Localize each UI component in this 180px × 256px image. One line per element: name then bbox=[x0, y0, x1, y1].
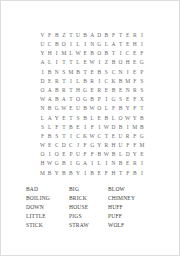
grid-cell-r9c3: E bbox=[60, 114, 67, 123]
grid-cell-r5c3: T bbox=[60, 77, 67, 86]
grid-cell-r3c13: E bbox=[131, 59, 138, 68]
grid-cell-r8c6: B bbox=[82, 105, 89, 114]
grid-cell-r11c13: F bbox=[131, 132, 138, 141]
grid-cell-r4c8: B bbox=[96, 68, 103, 77]
grid-cell-r2c7: B bbox=[89, 49, 96, 58]
grid-cell-r6c2: B bbox=[53, 86, 60, 95]
grid-cell-r0c3: Z bbox=[60, 31, 67, 40]
grid-cell-r11c11: U bbox=[117, 132, 124, 141]
grid-cell-r12c9: R bbox=[103, 141, 110, 150]
grid-cell-r10c5: E bbox=[74, 123, 81, 132]
grid-cell-r11c2: S bbox=[53, 132, 60, 141]
grid-cell-r3c6: E bbox=[82, 59, 89, 68]
grid-cell-r6c4: T bbox=[67, 86, 74, 95]
grid-cell-r12c4: C bbox=[67, 141, 74, 150]
grid-cell-r6c7: E bbox=[89, 86, 96, 95]
grid-cell-r10c13: M bbox=[131, 123, 138, 132]
grid-cell-r2c14: F bbox=[138, 49, 145, 58]
grid-cell-r1c7: N bbox=[89, 40, 96, 49]
grid-cell-r15c7: B bbox=[89, 169, 96, 178]
word-search-grid: VFBZTUBADBFTERIUCBOILINGLATEHIYHIMLWEBOB… bbox=[39, 31, 145, 178]
grid-cell-r3c12: H bbox=[124, 59, 131, 68]
grid-cell-r2c6: E bbox=[82, 49, 89, 58]
grid-cell-r1c5: L bbox=[74, 40, 81, 49]
grid-cell-r12c5: J bbox=[74, 141, 81, 150]
grid-cell-r0c14: I bbox=[138, 31, 145, 40]
grid-cell-r13c4: P bbox=[67, 150, 74, 159]
grid-cell-r14c9: I bbox=[103, 160, 110, 169]
grid-cell-r15c8: E bbox=[96, 169, 103, 178]
grid-cell-r10c6: I bbox=[82, 123, 89, 132]
word-list-item-stick: STICK bbox=[26, 221, 69, 230]
word-list-item-wolf: WOLF bbox=[108, 221, 156, 230]
grid-cell-r7c14: X bbox=[138, 95, 145, 104]
grid-cell-r8c14: T bbox=[138, 105, 145, 114]
grid-cell-r1c9: L bbox=[103, 40, 110, 49]
word-list-item-brick: BRICK bbox=[69, 194, 108, 203]
grid-cell-r10c12: I bbox=[124, 123, 131, 132]
grid-cell-r6c12: N bbox=[124, 86, 131, 95]
grid-cell-r14c8: L bbox=[96, 160, 103, 169]
grid-cell-r4c3: S bbox=[60, 68, 67, 77]
grid-cell-r5c6: B bbox=[82, 77, 89, 86]
grid-cell-r7c13: F bbox=[131, 95, 138, 104]
grid-cell-r13c8: B bbox=[96, 150, 103, 159]
grid-cell-r12c10: H bbox=[110, 141, 117, 150]
grid-cell-r14c0: H bbox=[39, 160, 46, 169]
grid-cell-r13c13: Y bbox=[131, 150, 138, 159]
grid-cell-r3c8: I bbox=[96, 59, 103, 68]
word-list-item-straw: STRAW bbox=[69, 221, 108, 230]
grid-cell-r14c7: I bbox=[89, 160, 96, 169]
grid-cell-r1c13: H bbox=[131, 40, 138, 49]
grid-cell-r14c10: N bbox=[110, 160, 117, 169]
grid-cell-r14c11: B bbox=[117, 160, 124, 169]
grid-cell-r9c0: L bbox=[39, 114, 46, 123]
grid-cell-r10c10: D bbox=[110, 123, 117, 132]
grid-cell-r9c1: A bbox=[46, 114, 53, 123]
grid-cell-r7c11: S bbox=[117, 95, 124, 104]
grid-cell-r15c14: I bbox=[138, 169, 145, 178]
grid-cell-r9c7: L bbox=[89, 114, 96, 123]
grid-cell-r1c2: B bbox=[53, 40, 60, 49]
grid-cell-r9c8: E bbox=[96, 114, 103, 123]
grid-cell-r10c11: B bbox=[117, 123, 124, 132]
grid-cell-r1c10: A bbox=[110, 40, 117, 49]
grid-cell-r12c2: C bbox=[53, 141, 60, 150]
grid-cell-r13c5: U bbox=[74, 150, 81, 159]
grid-cell-r15c5: Y bbox=[74, 169, 81, 178]
grid-cell-r9c10: L bbox=[110, 114, 117, 123]
grid-cell-r6c11: E bbox=[117, 86, 124, 95]
grid-cell-r13c7: F bbox=[89, 150, 96, 159]
grid-cell-r2c13: E bbox=[131, 49, 138, 58]
grid-cell-r7c8: P bbox=[96, 95, 103, 104]
grid-cell-r2c11: I bbox=[117, 49, 124, 58]
grid-cell-r15c12: F bbox=[124, 169, 131, 178]
word-list-item-huff: HUFF bbox=[108, 203, 156, 212]
grid-cell-r11c5: C bbox=[74, 132, 81, 141]
grid-cell-r14c6: A bbox=[82, 160, 89, 169]
grid-cell-r6c9: E bbox=[103, 86, 110, 95]
grid-cell-r13c0: O bbox=[39, 150, 46, 159]
grid-cell-r4c1: B bbox=[46, 68, 53, 77]
grid-cell-r8c11: B bbox=[117, 105, 124, 114]
grid-cell-r8c5: U bbox=[74, 105, 81, 114]
grid-cell-r12c12: F bbox=[124, 141, 131, 150]
grid-cell-r5c8: I bbox=[96, 77, 103, 86]
grid-cell-r6c5: H bbox=[74, 86, 81, 95]
grid-cell-r15c13: B bbox=[131, 169, 138, 178]
grid-cell-r3c14: G bbox=[138, 59, 145, 68]
grid-cell-r15c0: M bbox=[39, 169, 46, 178]
grid-cell-r12c6: F bbox=[82, 141, 89, 150]
grid-cell-r2c5: W bbox=[74, 49, 81, 58]
grid-cell-r11c0: F bbox=[39, 132, 46, 141]
grid-cell-r5c11: B bbox=[117, 77, 124, 86]
grid-cell-r15c11: T bbox=[117, 169, 124, 178]
grid-cell-r3c3: T bbox=[60, 59, 67, 68]
grid-cell-r3c2: I bbox=[53, 59, 60, 68]
grid-cell-r4c12: I bbox=[124, 68, 131, 77]
grid-cell-r13c2: O bbox=[53, 150, 60, 159]
word-list: BADBOILINGDOWNLITTLESTICKBIGBRICKHOUSEPI… bbox=[26, 185, 156, 230]
grid-cell-r2c8: O bbox=[96, 49, 103, 58]
grid-cell-r5c14: S bbox=[138, 77, 145, 86]
grid-cell-r9c9: B bbox=[103, 114, 110, 123]
word-list-item-boiling: BOILING bbox=[26, 194, 69, 203]
grid-cell-r7c0: W bbox=[39, 95, 46, 104]
grid-cell-r0c13: R bbox=[131, 31, 138, 40]
grid-cell-r14c14: I bbox=[138, 160, 145, 169]
grid-cell-r10c8: I bbox=[96, 123, 103, 132]
grid-cell-r7c3: A bbox=[60, 95, 67, 104]
grid-cell-r8c1: B bbox=[46, 105, 53, 114]
grid-cell-r9c5: S bbox=[74, 114, 81, 123]
grid-cell-r12c0: W bbox=[39, 141, 46, 150]
grid-cell-r15c6: I bbox=[82, 169, 89, 178]
grid-cell-r2c4: L bbox=[67, 49, 74, 58]
grid-cell-r6c1: A bbox=[46, 86, 53, 95]
grid-cell-r10c7: F bbox=[89, 123, 96, 132]
grid-cell-r1c11: T bbox=[117, 40, 124, 49]
grid-cell-r7c7: B bbox=[89, 95, 96, 104]
grid-cell-r0c11: T bbox=[117, 31, 124, 40]
grid-cell-r3c5: L bbox=[74, 59, 81, 68]
word-list-item-big: BIG bbox=[69, 185, 108, 194]
grid-cell-r7c10: G bbox=[110, 95, 117, 104]
grid-cell-r10c3: T bbox=[60, 123, 67, 132]
grid-cell-r14c3: B bbox=[60, 160, 67, 169]
grid-cell-r14c5: G bbox=[74, 160, 81, 169]
grid-cell-r0c1: F bbox=[46, 31, 53, 40]
grid-cell-r2c3: M bbox=[60, 49, 67, 58]
grid-cell-r1c8: G bbox=[96, 40, 103, 49]
grid-cell-r14c13: R bbox=[131, 160, 138, 169]
grid-cell-r11c10: E bbox=[110, 132, 117, 141]
grid-cell-r12c13: F bbox=[131, 141, 138, 150]
grid-cell-r4c0: I bbox=[39, 68, 46, 77]
grid-cell-r4c11: N bbox=[117, 68, 124, 77]
grid-cell-r6c3: R bbox=[60, 86, 67, 95]
grid-cell-r10c1: L bbox=[46, 123, 53, 132]
word-list-item-pigs: PIGS bbox=[69, 212, 108, 221]
grid-cell-r9c14: B bbox=[138, 114, 145, 123]
grid-cell-r8c2: G bbox=[53, 105, 60, 114]
grid-cell-r7c4: T bbox=[67, 95, 74, 104]
grid-cell-r15c4: B bbox=[67, 169, 74, 178]
grid-cell-r8c10: F bbox=[110, 105, 117, 114]
grid-cell-r4c10: C bbox=[110, 68, 117, 77]
word-list-item-down: DOWN bbox=[26, 203, 69, 212]
grid-cell-r2c12: C bbox=[124, 49, 131, 58]
grid-cell-r4c6: T bbox=[82, 68, 89, 77]
grid-cell-r3c0: A bbox=[39, 59, 46, 68]
grid-cell-r11c8: C bbox=[96, 132, 103, 141]
grid-cell-r14c2: G bbox=[53, 160, 60, 169]
grid-cell-r2c0: Y bbox=[39, 49, 46, 58]
grid-cell-r11c1: B bbox=[46, 132, 53, 141]
grid-cell-r9c4: T bbox=[67, 114, 74, 123]
grid-cell-r7c9: I bbox=[103, 95, 110, 104]
grid-cell-r0c8: D bbox=[96, 31, 103, 40]
grid-cell-r5c10: K bbox=[110, 77, 117, 86]
grid-cell-r9c11: O bbox=[117, 114, 124, 123]
grid-cell-r3c4: T bbox=[67, 59, 74, 68]
grid-cell-r11c14: G bbox=[138, 132, 145, 141]
grid-cell-r4c5: B bbox=[74, 68, 81, 77]
grid-cell-r5c0: D bbox=[39, 77, 46, 86]
grid-cell-r1c4: I bbox=[67, 40, 74, 49]
grid-cell-r10c14: B bbox=[138, 123, 145, 132]
word-list-item-little: LITTLE bbox=[26, 212, 69, 221]
grid-cell-r6c6: G bbox=[82, 86, 89, 95]
grid-cell-r3c9: Z bbox=[103, 59, 110, 68]
grid-cell-r9c13: Y bbox=[131, 114, 138, 123]
grid-cell-r0c6: B bbox=[82, 31, 89, 40]
grid-cell-r11c12: R bbox=[124, 132, 131, 141]
word-list-item-puff: PUFF bbox=[108, 212, 156, 221]
grid-cell-r5c2: R bbox=[53, 77, 60, 86]
grid-cell-r1c3: O bbox=[60, 40, 67, 49]
grid-cell-r12c3: D bbox=[60, 141, 67, 150]
grid-cell-r12c14: M bbox=[138, 141, 145, 150]
grid-cell-r1c12: E bbox=[124, 40, 131, 49]
grid-cell-r5c9: C bbox=[103, 77, 110, 86]
word-list-item-blow: BLOW bbox=[108, 185, 156, 194]
grid-cell-r8c12: Y bbox=[124, 105, 131, 114]
worksheet-page: VFBZTUBADBFTERIUCBOILINGLATEHIYHIMLWEBOB… bbox=[0, 0, 180, 256]
grid-cell-r13c1: I bbox=[46, 150, 53, 159]
grid-cell-r3c10: B bbox=[110, 59, 117, 68]
grid-cell-r13c3: E bbox=[60, 150, 67, 159]
grid-cell-r7c2: B bbox=[53, 95, 60, 104]
grid-cell-r8c8: O bbox=[96, 105, 103, 114]
grid-cell-r7c1: A bbox=[46, 95, 53, 104]
grid-cell-r15c2: Y bbox=[53, 169, 60, 178]
grid-cell-r7c12: E bbox=[124, 95, 131, 104]
word-list-item-chimney: CHIMNEY bbox=[108, 194, 156, 203]
grid-cell-r2c2: I bbox=[53, 49, 60, 58]
grid-cell-r4c9: S bbox=[103, 68, 110, 77]
grid-cell-r1c6: I bbox=[82, 40, 89, 49]
grid-cell-r4c7: E bbox=[89, 68, 96, 77]
grid-cell-r4c2: N bbox=[53, 68, 60, 77]
grid-cell-r8c3: W bbox=[60, 105, 67, 114]
grid-cell-r15c3: B bbox=[60, 169, 67, 178]
grid-cell-r10c2: F bbox=[53, 123, 60, 132]
grid-cell-r5c12: M bbox=[124, 77, 131, 86]
grid-cell-r10c9: W bbox=[103, 123, 110, 132]
grid-cell-r8c0: N bbox=[39, 105, 46, 114]
word-list-item-bad: BAD bbox=[26, 185, 69, 194]
grid-cell-r15c10: H bbox=[110, 169, 117, 178]
grid-cell-r7c5: O bbox=[74, 95, 81, 104]
grid-cell-r0c2: B bbox=[53, 31, 60, 40]
grid-cell-r1c14: I bbox=[138, 40, 145, 49]
grid-cell-r12c11: U bbox=[117, 141, 124, 150]
grid-cell-r12c7: G bbox=[89, 141, 96, 150]
grid-cell-r6c8: R bbox=[96, 86, 103, 95]
grid-cell-r13c9: W bbox=[103, 150, 110, 159]
grid-cell-r0c0: V bbox=[39, 31, 46, 40]
grid-cell-r8c9: L bbox=[103, 105, 110, 114]
grid-cell-r6c14: S bbox=[138, 86, 145, 95]
grid-cell-r5c4: I bbox=[67, 77, 74, 86]
grid-cell-r13c10: B bbox=[110, 150, 117, 159]
grid-cell-r8c4: E bbox=[67, 105, 74, 114]
grid-cell-r6c13: R bbox=[131, 86, 138, 95]
grid-cell-r4c4: M bbox=[67, 68, 74, 77]
grid-cell-r7c6: G bbox=[82, 95, 89, 104]
grid-cell-r12c1: E bbox=[46, 141, 53, 150]
grid-cell-r11c4: I bbox=[67, 132, 74, 141]
grid-cell-r13c12: D bbox=[124, 150, 131, 159]
grid-cell-r0c10: F bbox=[110, 31, 117, 40]
grid-cell-r13c11: L bbox=[117, 150, 124, 159]
grid-cell-r9c2: Y bbox=[53, 114, 60, 123]
grid-cell-r13c6: F bbox=[82, 150, 89, 159]
grid-cell-r12c8: Y bbox=[96, 141, 103, 150]
grid-cell-r3c7: W bbox=[89, 59, 96, 68]
grid-cell-r4c13: E bbox=[131, 68, 138, 77]
grid-cell-r11c3: T bbox=[60, 132, 67, 141]
grid-cell-r13c14: E bbox=[138, 150, 145, 159]
grid-cell-r4c14: P bbox=[138, 68, 145, 77]
grid-cell-r9c6: B bbox=[82, 114, 89, 123]
grid-cell-r1c0: U bbox=[39, 40, 46, 49]
grid-cell-r2c10: T bbox=[110, 49, 117, 58]
grid-cell-r5c13: F bbox=[131, 77, 138, 86]
grid-cell-r2c9: B bbox=[103, 49, 110, 58]
grid-cell-r8c7: W bbox=[89, 105, 96, 114]
grid-cell-r5c7: R bbox=[89, 77, 96, 86]
grid-cell-r6c0: O bbox=[39, 86, 46, 95]
grid-cell-r8c13: F bbox=[131, 105, 138, 114]
grid-cell-r2c1: H bbox=[46, 49, 53, 58]
grid-cell-r15c9: F bbox=[103, 169, 110, 178]
grid-cell-r10c0: S bbox=[39, 123, 46, 132]
grid-cell-r15c1: B bbox=[46, 169, 53, 178]
grid-cell-r1c1: C bbox=[46, 40, 53, 49]
grid-cell-r0c7: A bbox=[89, 31, 96, 40]
grid-cell-r3c1: L bbox=[46, 59, 53, 68]
grid-cell-r14c1: W bbox=[46, 160, 53, 169]
grid-cell-r14c12: E bbox=[124, 160, 131, 169]
grid-cell-r9c12: W bbox=[124, 114, 131, 123]
grid-cell-r14c4: I bbox=[67, 160, 74, 169]
grid-cell-r3c11: O bbox=[117, 59, 124, 68]
grid-cell-r11c6: K bbox=[82, 132, 89, 141]
grid-cell-r5c1: E bbox=[46, 77, 53, 86]
grid-cell-r10c4: B bbox=[67, 123, 74, 132]
grid-cell-r11c9: T bbox=[103, 132, 110, 141]
grid-cell-r0c9: B bbox=[103, 31, 110, 40]
grid-cell-r6c10: B bbox=[110, 86, 117, 95]
grid-cell-r5c5: L bbox=[74, 77, 81, 86]
grid-cell-r0c5: U bbox=[74, 31, 81, 40]
word-list-item-house: HOUSE bbox=[69, 203, 108, 212]
grid-cell-r0c4: T bbox=[67, 31, 74, 40]
grid-cell-r0c12: E bbox=[124, 31, 131, 40]
grid-cell-r11c7: W bbox=[89, 132, 96, 141]
